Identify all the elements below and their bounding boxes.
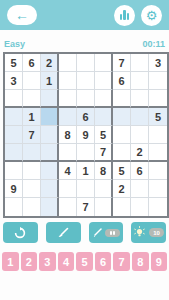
- cell-r1c7[interactable]: 7: [113, 54, 131, 72]
- cell-r5c1[interactable]: [5, 126, 23, 144]
- left-arrow-icon: ←: [15, 8, 29, 22]
- cell-r9c2[interactable]: [23, 198, 41, 216]
- cell-r6c7[interactable]: [113, 144, 131, 162]
- cell-r4c9[interactable]: 5: [149, 108, 167, 126]
- cell-r2c3[interactable]: 1: [41, 72, 59, 90]
- toolbar: 10: [3, 222, 166, 243]
- cell-r4c5[interactable]: 6: [77, 108, 95, 126]
- cell-r7c3[interactable]: [41, 162, 59, 180]
- stats-button[interactable]: [114, 5, 135, 26]
- cell-r8c6[interactable]: [95, 180, 113, 198]
- cell-r2c4[interactable]: [59, 72, 77, 90]
- cell-r4c6[interactable]: [95, 108, 113, 126]
- cell-r8c9[interactable]: [149, 180, 167, 198]
- cell-r1c9[interactable]: 3: [149, 54, 167, 72]
- status-row: Easy 00:11: [4, 38, 165, 50]
- cell-r7c2[interactable]: [23, 162, 41, 180]
- numpad-1[interactable]: 1: [2, 252, 19, 271]
- cell-r7c7[interactable]: 5: [113, 162, 131, 180]
- difficulty-label: Easy: [4, 39, 25, 49]
- cell-r5c2[interactable]: 7: [23, 126, 41, 144]
- cell-r1c2[interactable]: 6: [23, 54, 41, 72]
- cell-r3c4[interactable]: [59, 90, 77, 108]
- cell-r2c8[interactable]: [131, 72, 149, 90]
- lightbulb-icon: [133, 226, 146, 239]
- back-button[interactable]: ←: [7, 5, 37, 25]
- cell-r4c3[interactable]: [41, 108, 59, 126]
- cell-r9c9[interactable]: [149, 198, 167, 216]
- cell-r4c4[interactable]: [59, 108, 77, 126]
- cell-r6c8[interactable]: 2: [131, 144, 149, 162]
- cell-r4c1[interactable]: [5, 108, 23, 126]
- cell-r4c2[interactable]: 1: [23, 108, 41, 126]
- cell-r5c8[interactable]: [131, 126, 149, 144]
- cell-r6c2[interactable]: [23, 144, 41, 162]
- cell-r1c6[interactable]: [95, 54, 113, 72]
- number-pad: 123456789: [2, 252, 167, 271]
- numpad-3[interactable]: 3: [39, 252, 56, 271]
- bar-chart-icon: [120, 10, 130, 20]
- numpad-6[interactable]: 6: [95, 252, 112, 271]
- sudoku-board: 5627331616578957241856927: [3, 52, 169, 218]
- cell-r6c5[interactable]: [77, 144, 95, 162]
- timer-label: 00:11: [142, 39, 165, 49]
- cell-r6c3[interactable]: [41, 144, 59, 162]
- cell-r2c7[interactable]: 6: [113, 72, 131, 90]
- cell-r8c8[interactable]: [131, 180, 149, 198]
- cell-r5c4[interactable]: 8: [59, 126, 77, 144]
- cell-r3c7[interactable]: [113, 90, 131, 108]
- numpad-8[interactable]: 8: [132, 252, 149, 271]
- cell-r2c6[interactable]: [95, 72, 113, 90]
- cell-r1c8[interactable]: [131, 54, 149, 72]
- header-actions: ⚙: [114, 5, 162, 26]
- cell-r3c1[interactable]: [5, 90, 23, 108]
- cell-r1c5[interactable]: [77, 54, 95, 72]
- cell-r9c7[interactable]: [113, 198, 131, 216]
- cell-r6c9[interactable]: [149, 144, 167, 162]
- cell-r7c8[interactable]: 6: [131, 162, 149, 180]
- numpad-2[interactable]: 2: [21, 252, 38, 271]
- cell-r2c1[interactable]: 3: [5, 72, 23, 90]
- cell-r3c6[interactable]: [95, 90, 113, 108]
- cell-r2c2[interactable]: [23, 72, 41, 90]
- cell-r9c6[interactable]: [95, 198, 113, 216]
- cell-r5c9[interactable]: [149, 126, 167, 144]
- cell-r6c1[interactable]: [5, 144, 23, 162]
- gear-icon: ⚙: [146, 9, 158, 22]
- cell-r9c5[interactable]: 7: [77, 198, 95, 216]
- numpad-5[interactable]: 5: [76, 252, 93, 271]
- cell-r4c8[interactable]: [131, 108, 149, 126]
- cell-r9c8[interactable]: [131, 198, 149, 216]
- cell-r2c9[interactable]: [149, 72, 167, 90]
- cell-r9c1[interactable]: [5, 198, 23, 216]
- undo-button[interactable]: [3, 222, 38, 243]
- settings-button[interactable]: ⚙: [141, 5, 162, 26]
- cell-r8c2[interactable]: [23, 180, 41, 198]
- hint-count-badge: 10: [149, 228, 164, 237]
- erase-button[interactable]: [46, 222, 81, 243]
- cell-r8c3[interactable]: [41, 180, 59, 198]
- cell-r1c4[interactable]: [59, 54, 77, 72]
- numpad-4[interactable]: 4: [58, 252, 75, 271]
- cell-r5c5[interactable]: 9: [77, 126, 95, 144]
- cell-r1c3[interactable]: 2: [41, 54, 59, 72]
- cell-r3c8[interactable]: [131, 90, 149, 108]
- cell-r9c3[interactable]: [41, 198, 59, 216]
- numpad-7[interactable]: 7: [113, 252, 130, 271]
- cell-r8c4[interactable]: [59, 180, 77, 198]
- pencil-toggle[interactable]: [105, 229, 120, 237]
- pencil-mode-button[interactable]: [89, 222, 124, 243]
- cell-r8c5[interactable]: [77, 180, 95, 198]
- cell-r7c4[interactable]: 4: [59, 162, 77, 180]
- numpad-9[interactable]: 9: [151, 252, 168, 271]
- cell-r5c6[interactable]: 5: [95, 126, 113, 144]
- cell-r6c6[interactable]: 7: [95, 144, 113, 162]
- hint-button[interactable]: 10: [131, 222, 166, 243]
- cell-r8c1[interactable]: 9: [5, 180, 23, 198]
- app-header: ← ⚙: [0, 0, 169, 30]
- cell-r3c3[interactable]: [41, 90, 59, 108]
- cell-r8c7[interactable]: 2: [113, 180, 131, 198]
- cell-r1c1[interactable]: 5: [5, 54, 23, 72]
- pencil-icon: [92, 228, 102, 238]
- cell-r7c1[interactable]: [5, 162, 23, 180]
- cell-r5c7[interactable]: [113, 126, 131, 144]
- cell-r7c5[interactable]: 1: [77, 162, 95, 180]
- cell-r3c5[interactable]: [77, 90, 95, 108]
- cell-r9c4[interactable]: [59, 198, 77, 216]
- cell-r7c6[interactable]: 8: [95, 162, 113, 180]
- cell-r3c9[interactable]: [149, 90, 167, 108]
- cell-r4c7[interactable]: [113, 108, 131, 126]
- undo-icon: [14, 227, 26, 239]
- brush-icon: [57, 227, 69, 239]
- cell-r2c5[interactable]: [77, 72, 95, 90]
- cell-r3c2[interactable]: [23, 90, 41, 108]
- cell-r5c3[interactable]: [41, 126, 59, 144]
- cell-r6c4[interactable]: [59, 144, 77, 162]
- cell-r7c9[interactable]: [149, 162, 167, 180]
